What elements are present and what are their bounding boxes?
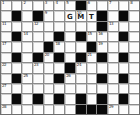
clue-number: 22 <box>2 63 6 67</box>
black-cell <box>54 53 64 62</box>
black-cell <box>65 63 75 72</box>
white-cell[interactable] <box>65 84 75 93</box>
clue-number: 5 <box>66 1 68 5</box>
black-cell <box>54 94 64 103</box>
white-cell[interactable] <box>54 63 64 72</box>
black-cell <box>119 94 129 103</box>
white-cell[interactable]: 6 <box>87 1 97 10</box>
white-cell[interactable]: 11 <box>1 22 11 31</box>
white-cell[interactable] <box>22 42 32 51</box>
white-cell[interactable] <box>76 42 86 51</box>
white-cell[interactable]: 9 <box>44 11 54 20</box>
clue-number: 24 <box>77 63 81 67</box>
clue-number: 19 <box>98 42 102 46</box>
white-cell[interactable] <box>129 74 139 83</box>
cell-letter: G <box>65 13 75 20</box>
white-cell[interactable] <box>119 22 129 31</box>
black-cell <box>97 11 107 20</box>
white-cell[interactable] <box>87 63 97 72</box>
black-cell <box>33 11 43 20</box>
white-cell[interactable]: 22 <box>1 63 11 72</box>
white-cell[interactable] <box>76 22 86 31</box>
black-cell <box>33 94 43 103</box>
white-cell[interactable] <box>87 22 97 31</box>
clue-number: 18 <box>55 42 59 46</box>
black-cell <box>97 53 107 62</box>
white-cell[interactable] <box>22 53 32 62</box>
black-cell <box>33 53 43 62</box>
white-cell[interactable] <box>22 94 32 103</box>
white-cell[interactable] <box>12 42 22 51</box>
white-cell[interactable] <box>65 53 75 62</box>
white-cell[interactable] <box>1 74 11 83</box>
white-cell[interactable]: G <box>65 11 75 20</box>
clue-number: 29 <box>109 105 113 109</box>
clue-number: 21 <box>88 53 92 57</box>
white-cell[interactable]: 15 <box>87 32 97 41</box>
white-cell[interactable] <box>65 42 75 51</box>
white-cell[interactable]: T <box>87 11 97 20</box>
white-cell[interactable] <box>97 1 107 10</box>
white-cell[interactable] <box>44 105 54 114</box>
white-cell[interactable] <box>97 63 107 72</box>
black-cell <box>12 94 22 103</box>
white-cell[interactable]: 21 <box>87 53 97 62</box>
white-cell[interactable] <box>119 63 129 72</box>
white-cell[interactable] <box>54 22 64 31</box>
white-cell[interactable]: 8 <box>129 1 139 10</box>
white-cell[interactable] <box>1 11 11 20</box>
black-cell <box>12 32 22 41</box>
clue-number: 25 <box>23 74 27 78</box>
white-cell[interactable]: 19 <box>97 42 107 51</box>
black-cell <box>87 42 97 51</box>
clue-number: 27 <box>2 84 6 88</box>
black-cell <box>97 94 107 103</box>
crossword-grid: 123456789G10MT11121314151617181920212223… <box>0 0 140 115</box>
black-cell <box>54 74 64 83</box>
black-cell <box>76 1 86 10</box>
black-cell <box>76 53 86 62</box>
white-cell[interactable]: 28 <box>1 105 11 114</box>
white-cell[interactable] <box>76 84 86 93</box>
clue-number: 7 <box>109 1 111 5</box>
white-cell[interactable] <box>44 22 54 31</box>
clue-number: 1 <box>2 1 4 5</box>
black-cell <box>12 53 22 62</box>
white-cell[interactable] <box>97 84 107 93</box>
white-cell[interactable] <box>12 22 22 31</box>
white-cell[interactable] <box>129 53 139 62</box>
white-cell[interactable]: 27 <box>1 84 11 93</box>
white-cell[interactable] <box>12 84 22 93</box>
white-cell[interactable] <box>119 42 129 51</box>
white-cell[interactable]: 23 <box>33 63 43 72</box>
black-cell <box>44 42 54 51</box>
white-cell[interactable]: 25 <box>22 74 32 83</box>
black-cell <box>87 105 97 114</box>
white-cell[interactable] <box>129 105 139 114</box>
white-cell[interactable] <box>76 74 86 83</box>
black-cell <box>97 105 107 114</box>
white-cell[interactable] <box>108 11 118 20</box>
white-cell[interactable] <box>108 74 118 83</box>
white-cell[interactable] <box>129 22 139 31</box>
white-cell[interactable]: 10M <box>76 11 86 20</box>
white-cell[interactable] <box>129 11 139 20</box>
black-cell <box>119 74 129 83</box>
white-cell[interactable] <box>108 94 118 103</box>
clue-number: 14 <box>23 32 27 36</box>
clue-number: 11 <box>2 22 6 26</box>
white-cell[interactable]: 1 <box>1 1 11 10</box>
clue-number: 4 <box>55 1 57 5</box>
white-cell[interactable] <box>87 74 97 83</box>
white-cell[interactable]: 29 <box>108 105 118 114</box>
white-cell[interactable] <box>33 84 43 93</box>
white-cell[interactable]: 18 <box>54 42 64 51</box>
white-cell[interactable] <box>65 32 75 41</box>
clue-number: 20 <box>45 53 49 57</box>
black-cell <box>76 94 86 103</box>
black-cell <box>12 11 22 20</box>
clue-number: 28 <box>2 105 6 109</box>
white-cell[interactable] <box>108 84 118 93</box>
black-cell <box>76 105 86 114</box>
cell-letter: M <box>76 13 86 20</box>
white-cell[interactable]: 7 <box>108 1 118 10</box>
black-cell <box>119 53 129 62</box>
white-cell[interactable] <box>22 11 32 20</box>
white-cell[interactable] <box>12 105 22 114</box>
white-cell[interactable] <box>22 105 32 114</box>
black-cell <box>12 74 22 83</box>
cell-letter: T <box>87 13 97 20</box>
white-cell[interactable] <box>129 32 139 41</box>
white-cell[interactable] <box>119 1 129 10</box>
white-cell[interactable]: 26 <box>65 74 75 83</box>
black-cell <box>97 74 107 83</box>
clue-number: 17 <box>2 42 6 46</box>
white-cell[interactable] <box>33 1 43 10</box>
white-cell[interactable] <box>44 63 54 72</box>
white-cell[interactable] <box>119 84 129 93</box>
white-cell[interactable] <box>87 94 97 103</box>
black-cell <box>119 32 129 41</box>
white-cell[interactable] <box>108 42 118 51</box>
white-cell[interactable] <box>65 94 75 103</box>
clue-number: 9 <box>45 11 47 15</box>
white-cell[interactable] <box>129 94 139 103</box>
white-cell[interactable] <box>33 105 43 114</box>
white-cell[interactable] <box>108 53 118 62</box>
white-cell[interactable]: 14 <box>22 32 32 41</box>
clue-number: 15 <box>88 32 92 36</box>
white-cell[interactable] <box>108 63 118 72</box>
clue-number: 13 <box>109 22 113 26</box>
white-cell[interactable] <box>1 53 11 62</box>
white-cell[interactable] <box>44 74 54 83</box>
white-cell[interactable] <box>22 63 32 72</box>
white-cell[interactable]: 2 <box>22 1 32 10</box>
clue-number: 8 <box>130 1 132 5</box>
white-cell[interactable] <box>54 11 64 20</box>
white-cell[interactable]: 16 <box>97 32 107 41</box>
white-cell[interactable] <box>87 84 97 93</box>
white-cell[interactable] <box>44 94 54 103</box>
white-cell[interactable] <box>44 84 54 93</box>
white-cell[interactable] <box>22 22 32 31</box>
white-cell[interactable] <box>65 22 75 31</box>
clue-number: 23 <box>34 63 38 67</box>
white-cell[interactable]: 3 <box>44 1 54 10</box>
white-cell[interactable] <box>33 32 43 41</box>
white-cell[interactable] <box>33 42 43 51</box>
black-cell <box>119 11 129 20</box>
white-cell[interactable] <box>1 94 11 103</box>
white-cell[interactable]: 13 <box>108 22 118 31</box>
black-cell <box>76 32 86 41</box>
white-cell[interactable] <box>33 74 43 83</box>
white-cell[interactable] <box>1 32 11 41</box>
white-cell[interactable] <box>54 84 64 93</box>
white-cell[interactable]: 12 <box>33 22 43 31</box>
white-cell[interactable] <box>119 105 129 114</box>
white-cell[interactable] <box>12 1 22 10</box>
white-cell[interactable] <box>129 42 139 51</box>
clue-number: 6 <box>88 1 90 5</box>
white-cell[interactable] <box>129 84 139 93</box>
white-cell[interactable] <box>44 32 54 41</box>
clue-number: 16 <box>98 32 102 36</box>
clue-number: 12 <box>34 22 38 26</box>
white-cell[interactable] <box>108 32 118 41</box>
white-cell[interactable]: 17 <box>1 42 11 51</box>
clue-number: 2 <box>23 1 25 5</box>
white-cell[interactable]: 24 <box>76 63 86 72</box>
white-cell[interactable]: 4 <box>54 1 64 10</box>
white-cell[interactable] <box>65 105 75 114</box>
clue-number: 26 <box>66 74 70 78</box>
white-cell[interactable] <box>54 105 64 114</box>
white-cell[interactable] <box>12 63 22 72</box>
white-cell[interactable]: 5 <box>65 1 75 10</box>
black-cell <box>54 32 64 41</box>
white-cell[interactable] <box>129 63 139 72</box>
white-cell[interactable] <box>22 84 32 93</box>
white-cell[interactable]: 20 <box>44 53 54 62</box>
black-cell <box>97 22 107 31</box>
clue-number: 3 <box>45 1 47 5</box>
